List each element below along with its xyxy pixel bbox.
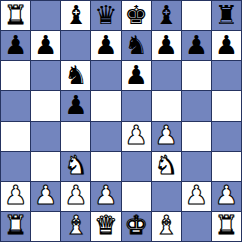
piece-white-pawn-a2[interactable]: ♟ [4,182,27,208]
square-e4[interactable]: ♟ [122,122,151,151]
square-b4[interactable] [31,122,60,151]
square-b6[interactable] [31,61,60,90]
square-f3[interactable]: ♞ [152,152,181,181]
piece-black-queen-d8[interactable]: ♛ [94,2,117,28]
square-d1[interactable]: ♛ [91,212,120,241]
square-a3[interactable] [1,152,30,181]
square-d5[interactable] [91,91,120,120]
square-f2[interactable] [152,182,181,211]
piece-black-pawn-e6[interactable]: ♟ [124,62,147,88]
piece-black-knight-c6[interactable]: ♞ [64,62,87,88]
square-h4[interactable] [212,122,241,151]
piece-white-knight-c3[interactable]: ♞ [64,152,87,178]
piece-white-rook-h1[interactable]: ♜ [215,212,238,238]
piece-white-pawn-c2[interactable]: ♟ [64,182,87,208]
square-b8[interactable] [31,1,60,30]
square-f5[interactable] [152,91,181,120]
chess-board: ♜♝♛♚♝♜♟♟♟♞♟♟♟♞♟♟♟♟♞♞♟♟♟♟♟♟♜♝♛♚♝♜ [0,0,242,242]
piece-white-king-e1[interactable]: ♚ [124,212,147,238]
square-a8[interactable]: ♜ [1,1,30,30]
square-c1[interactable]: ♝ [61,212,90,241]
piece-black-knight-e7[interactable]: ♞ [124,32,147,58]
square-g3[interactable] [182,152,211,181]
piece-black-pawn-b7[interactable]: ♟ [34,32,57,58]
piece-white-pawn-d2[interactable]: ♟ [94,182,117,208]
piece-black-pawn-h7[interactable]: ♟ [215,32,238,58]
square-h8[interactable]: ♜ [212,1,241,30]
piece-white-pawn-h2[interactable]: ♟ [215,182,238,208]
square-h6[interactable] [212,61,241,90]
piece-white-bishop-c1[interactable]: ♝ [64,212,87,238]
square-g7[interactable]: ♟ [182,31,211,60]
square-c3[interactable]: ♞ [61,152,90,181]
square-f6[interactable] [152,61,181,90]
square-e8[interactable]: ♚ [122,1,151,30]
square-c4[interactable] [61,122,90,151]
square-f1[interactable]: ♝ [152,212,181,241]
square-a5[interactable] [1,91,30,120]
square-g4[interactable] [182,122,211,151]
square-b1[interactable] [31,212,60,241]
piece-white-bishop-f1[interactable]: ♝ [155,212,178,238]
square-f4[interactable]: ♟ [152,122,181,151]
square-c7[interactable] [61,31,90,60]
piece-white-rook-a8[interactable]: ♜ [4,2,27,28]
square-h2[interactable]: ♟ [212,182,241,211]
square-a7[interactable]: ♟ [1,31,30,60]
piece-white-queen-d1[interactable]: ♛ [94,212,117,238]
square-b2[interactable]: ♟ [31,182,60,211]
square-c8[interactable]: ♝ [61,1,90,30]
square-e2[interactable] [122,182,151,211]
square-b7[interactable]: ♟ [31,31,60,60]
square-h7[interactable]: ♟ [212,31,241,60]
square-g6[interactable] [182,61,211,90]
square-a1[interactable]: ♜ [1,212,30,241]
square-h1[interactable]: ♜ [212,212,241,241]
piece-black-king-e8[interactable]: ♚ [124,2,147,28]
square-f8[interactable]: ♝ [152,1,181,30]
piece-black-pawn-f7[interactable]: ♟ [155,32,178,58]
square-d4[interactable] [91,122,120,151]
square-b5[interactable] [31,91,60,120]
square-c6[interactable]: ♞ [61,61,90,90]
piece-black-pawn-d7[interactable]: ♟ [94,32,117,58]
square-g1[interactable] [182,212,211,241]
piece-white-rook-a1[interactable]: ♜ [4,212,27,238]
piece-white-knight-f3[interactable]: ♞ [155,152,178,178]
square-e1[interactable]: ♚ [122,212,151,241]
piece-white-pawn-e4[interactable]: ♟ [124,122,147,148]
square-g5[interactable] [182,91,211,120]
square-a4[interactable] [1,122,30,151]
piece-black-bishop-c8[interactable]: ♝ [64,2,87,28]
square-d3[interactable] [91,152,120,181]
piece-black-bishop-f8[interactable]: ♝ [155,2,178,28]
square-d7[interactable]: ♟ [91,31,120,60]
piece-black-pawn-a7[interactable]: ♟ [4,32,27,58]
square-e7[interactable]: ♞ [122,31,151,60]
square-e3[interactable] [122,152,151,181]
square-h3[interactable] [212,152,241,181]
piece-black-pawn-g7[interactable]: ♟ [185,32,208,58]
square-e6[interactable]: ♟ [122,61,151,90]
square-g8[interactable] [182,1,211,30]
square-c2[interactable]: ♟ [61,182,90,211]
square-g2[interactable]: ♟ [182,182,211,211]
square-d2[interactable]: ♟ [91,182,120,211]
square-e5[interactable] [122,91,151,120]
square-d8[interactable]: ♛ [91,1,120,30]
square-d6[interactable] [91,61,120,90]
square-c5[interactable]: ♟ [61,91,90,120]
square-a2[interactable]: ♟ [1,182,30,211]
piece-black-pawn-c5[interactable]: ♟ [64,92,87,118]
square-b3[interactable] [31,152,60,181]
piece-white-pawn-f4[interactable]: ♟ [155,122,178,148]
square-a6[interactable] [1,61,30,90]
square-f7[interactable]: ♟ [152,31,181,60]
piece-white-pawn-b2[interactable]: ♟ [34,182,57,208]
piece-white-pawn-g2[interactable]: ♟ [185,182,208,208]
piece-black-rook-h8[interactable]: ♜ [215,2,238,28]
square-h5[interactable] [212,91,241,120]
